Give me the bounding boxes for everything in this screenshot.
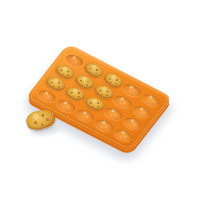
madeleine-tray bbox=[25, 43, 173, 152]
product-photo-scene bbox=[0, 0, 200, 200]
